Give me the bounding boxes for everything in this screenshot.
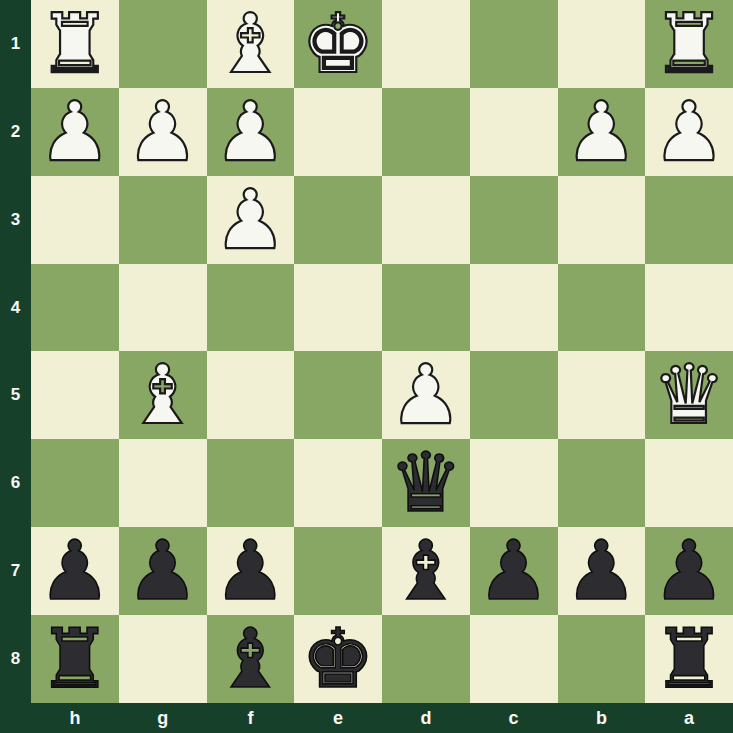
file-label-g: g: [119, 703, 207, 733]
piece-white-bishop-f1[interactable]: ♝: [214, 0, 288, 88]
square-g4[interactable]: [119, 264, 207, 351]
square-h8[interactable]: ♜: [31, 615, 119, 703]
square-h6[interactable]: [31, 439, 119, 527]
rank-label-2: 2: [0, 88, 31, 176]
piece-white-pawn-f2[interactable]: ♟: [214, 88, 288, 176]
piece-white-queen-a5[interactable]: ♛: [652, 351, 726, 439]
square-c3[interactable]: [470, 176, 558, 264]
square-a2[interactable]: ♟: [645, 88, 733, 176]
square-d7[interactable]: ♝: [382, 527, 470, 615]
chess-board-container: 12345678 ♜♝♚♜♟♟♟♟♟♟♝♟♛♛♟♟♟♝♟♟♟♜♝♚♜ hgfed…: [0, 0, 733, 733]
piece-black-bishop-f8[interactable]: ♝: [214, 615, 288, 703]
rank-label-8: 8: [0, 615, 31, 703]
square-b2[interactable]: ♟: [558, 88, 646, 176]
square-e5[interactable]: [294, 351, 382, 439]
square-h1[interactable]: ♜: [31, 0, 119, 88]
square-c6[interactable]: [470, 439, 558, 527]
square-c2[interactable]: [470, 88, 558, 176]
piece-white-king-e1[interactable]: ♚: [301, 0, 375, 88]
square-b4[interactable]: [558, 264, 646, 351]
piece-white-pawn-h2[interactable]: ♟: [38, 88, 112, 176]
piece-white-rook-a1[interactable]: ♜: [652, 0, 726, 88]
piece-white-bishop-g5[interactable]: ♝: [126, 351, 200, 439]
square-h7[interactable]: ♟: [31, 527, 119, 615]
square-b3[interactable]: [558, 176, 646, 264]
square-f5[interactable]: [207, 351, 295, 439]
square-e7[interactable]: [294, 527, 382, 615]
piece-black-queen-d6[interactable]: ♛: [389, 439, 463, 527]
square-f3[interactable]: ♟: [207, 176, 295, 264]
piece-white-rook-h1[interactable]: ♜: [38, 0, 112, 88]
square-d3[interactable]: [382, 176, 470, 264]
square-a1[interactable]: ♜: [645, 0, 733, 88]
square-f2[interactable]: ♟: [207, 88, 295, 176]
piece-white-pawn-b2[interactable]: ♟: [565, 88, 639, 176]
piece-black-king-e8[interactable]: ♚: [301, 615, 375, 703]
file-label-d: d: [382, 703, 470, 733]
square-f8[interactable]: ♝: [207, 615, 295, 703]
square-e6[interactable]: [294, 439, 382, 527]
square-g3[interactable]: [119, 176, 207, 264]
square-a3[interactable]: [645, 176, 733, 264]
piece-black-pawn-b7[interactable]: ♟: [565, 527, 639, 615]
piece-black-pawn-h7[interactable]: ♟: [38, 527, 112, 615]
square-d1[interactable]: [382, 0, 470, 88]
piece-black-rook-h8[interactable]: ♜: [38, 615, 112, 703]
square-f1[interactable]: ♝: [207, 0, 295, 88]
square-g5[interactable]: ♝: [119, 351, 207, 439]
rank-label-4: 4: [0, 264, 31, 352]
rank-label-6: 6: [0, 439, 31, 527]
square-g6[interactable]: [119, 439, 207, 527]
file-label-h: h: [31, 703, 119, 733]
square-a5[interactable]: ♛: [645, 351, 733, 439]
file-label-c: c: [470, 703, 558, 733]
file-label-b: b: [558, 703, 646, 733]
rank-label-7: 7: [0, 527, 31, 615]
square-f6[interactable]: [207, 439, 295, 527]
rank-label-5: 5: [0, 352, 31, 440]
file-label-e: e: [294, 703, 382, 733]
square-d4[interactable]: [382, 264, 470, 351]
piece-black-rook-a8[interactable]: ♜: [652, 615, 726, 703]
piece-black-bishop-d7[interactable]: ♝: [389, 527, 463, 615]
square-e2[interactable]: [294, 88, 382, 176]
square-g7[interactable]: ♟: [119, 527, 207, 615]
rank-label-1: 1: [0, 0, 31, 88]
square-b6[interactable]: [558, 439, 646, 527]
square-c7[interactable]: ♟: [470, 527, 558, 615]
piece-black-pawn-c7[interactable]: ♟: [477, 527, 551, 615]
square-g2[interactable]: ♟: [119, 88, 207, 176]
square-c1[interactable]: [470, 0, 558, 88]
file-labels: hgfedcba: [31, 703, 733, 733]
piece-white-pawn-a2[interactable]: ♟: [652, 88, 726, 176]
square-d2[interactable]: [382, 88, 470, 176]
square-b5[interactable]: [558, 351, 646, 439]
square-c4[interactable]: [470, 264, 558, 351]
square-e3[interactable]: [294, 176, 382, 264]
square-f7[interactable]: ♟: [207, 527, 295, 615]
square-e4[interactable]: [294, 264, 382, 351]
square-b1[interactable]: [558, 0, 646, 88]
square-g1[interactable]: [119, 0, 207, 88]
square-b8[interactable]: [558, 615, 646, 703]
square-c5[interactable]: [470, 351, 558, 439]
square-h5[interactable]: [31, 351, 119, 439]
piece-black-pawn-f7[interactable]: ♟: [214, 527, 288, 615]
rank-label-3: 3: [0, 176, 31, 264]
piece-black-pawn-g7[interactable]: ♟: [126, 527, 200, 615]
chess-board: ♜♝♚♜♟♟♟♟♟♟♝♟♛♛♟♟♟♝♟♟♟♜♝♚♜: [31, 0, 733, 703]
square-g8[interactable]: [119, 615, 207, 703]
file-label-a: a: [645, 703, 733, 733]
square-a7[interactable]: ♟: [645, 527, 733, 615]
piece-black-pawn-a7[interactable]: ♟: [652, 527, 726, 615]
square-d5[interactable]: ♟: [382, 351, 470, 439]
rank-labels: 12345678: [0, 0, 31, 703]
square-e1[interactable]: ♚: [294, 0, 382, 88]
square-d6[interactable]: ♛: [382, 439, 470, 527]
file-label-f: f: [207, 703, 295, 733]
square-a8[interactable]: ♜: [645, 615, 733, 703]
square-b7[interactable]: ♟: [558, 527, 646, 615]
square-a4[interactable]: [645, 264, 733, 351]
piece-white-pawn-f3[interactable]: ♟: [214, 176, 288, 264]
square-h3[interactable]: [31, 176, 119, 264]
piece-white-pawn-d5[interactable]: ♟: [389, 351, 463, 439]
piece-white-pawn-g2[interactable]: ♟: [126, 88, 200, 176]
square-f4[interactable]: [207, 264, 295, 351]
square-e8[interactable]: ♚: [294, 615, 382, 703]
square-c8[interactable]: [470, 615, 558, 703]
board-corner-spacer: [0, 703, 31, 733]
square-a6[interactable]: [645, 439, 733, 527]
square-h2[interactable]: ♟: [31, 88, 119, 176]
square-d8[interactable]: [382, 615, 470, 703]
square-h4[interactable]: [31, 264, 119, 351]
